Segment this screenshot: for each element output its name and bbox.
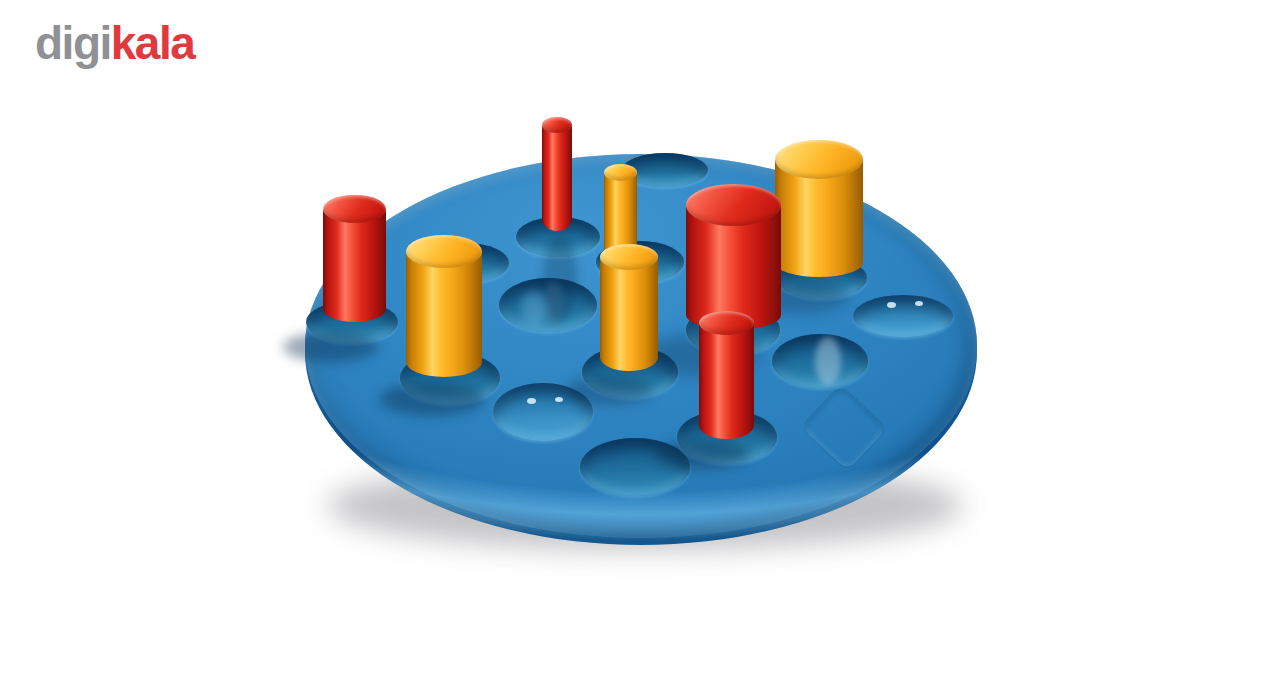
hole-d4-highlight-speck (915, 301, 923, 306)
peg-top-cap (323, 195, 386, 223)
peg-cast-shadow (283, 332, 378, 362)
game-board-photo (0, 0, 1280, 700)
peg-cast-shadow (380, 382, 485, 416)
peg-body (600, 257, 658, 371)
peg-cast-shadow (543, 235, 577, 321)
peg-body (406, 251, 482, 377)
peg-red-size2-b4 (699, 323, 754, 439)
hole-d4 (853, 295, 953, 337)
peg-cast-shadow (566, 375, 654, 405)
peg-top-cap (699, 311, 754, 335)
peg-body (323, 209, 386, 322)
peg-top-cap (600, 244, 658, 270)
hole-d4-highlight-speck (887, 302, 896, 308)
peg-body (542, 125, 572, 231)
peg-top-cap (686, 184, 781, 226)
peg-top-cap (775, 140, 863, 179)
peg-red-size3-a1 (323, 209, 386, 322)
peg-body (699, 323, 754, 439)
peg-top-cap (542, 117, 572, 133)
hole-c4-reflection (815, 337, 841, 385)
peg-cast-shadow (655, 441, 750, 469)
hole-b2-reflection (521, 292, 547, 326)
peg-top-cap (406, 235, 482, 268)
peg-top-cap (604, 164, 637, 181)
peg-yellow-size4-d3 (775, 159, 863, 277)
hole-a3-highlight-speck (527, 398, 536, 404)
hole-a3-highlight-speck (555, 397, 563, 402)
product-photo-page: { "brand": { "part1": "digi", "part2": "… (0, 0, 1280, 700)
peg-yellow-size2-b3 (600, 257, 658, 371)
hole-c4 (772, 334, 868, 388)
peg-yellow-size3-a2 (406, 251, 482, 377)
peg-red-size1-c1 (542, 125, 572, 231)
